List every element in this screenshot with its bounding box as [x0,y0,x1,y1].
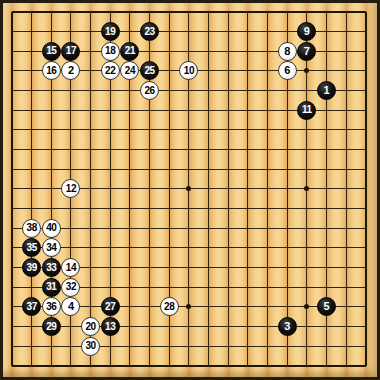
board-intersection[interactable]: 2 [61,61,81,81]
board-intersection[interactable] [199,2,219,22]
board-intersection[interactable] [238,317,258,337]
board-intersection[interactable] [199,140,219,160]
board-intersection[interactable] [238,2,258,22]
board-intersection[interactable] [179,22,199,42]
board-intersection[interactable] [218,258,238,278]
board-intersection[interactable] [140,336,160,356]
board-intersection[interactable] [100,199,120,219]
board-intersection[interactable] [238,336,258,356]
board-intersection[interactable] [22,317,42,337]
board-intersection[interactable] [81,179,101,199]
board-intersection[interactable] [81,61,101,81]
board-intersection[interactable]: 20 [81,317,101,337]
board-intersection[interactable]: 34 [41,238,61,258]
board-intersection[interactable] [179,277,199,297]
board-intersection[interactable] [81,356,101,376]
board-intersection[interactable] [81,297,101,317]
board-intersection[interactable]: 16 [41,61,61,81]
board-intersection[interactable] [41,199,61,219]
board-intersection[interactable] [356,179,376,199]
board-intersection[interactable] [317,238,337,258]
board-intersection[interactable] [258,336,278,356]
board-intersection[interactable] [22,199,42,219]
board-intersection[interactable] [317,61,337,81]
board-intersection[interactable] [61,2,81,22]
board-intersection[interactable] [218,41,238,61]
board-intersection[interactable] [238,199,258,219]
board-intersection[interactable] [41,81,61,101]
board-intersection[interactable] [22,140,42,160]
board-intersection[interactable] [297,2,317,22]
board-intersection[interactable] [2,297,22,317]
board-intersection[interactable]: 29 [41,317,61,337]
board-intersection[interactable] [336,159,356,179]
board-intersection[interactable] [218,159,238,179]
board-intersection[interactable] [179,179,199,199]
board-intersection[interactable] [238,179,258,199]
board-intersection[interactable] [140,100,160,120]
board-intersection[interactable] [179,218,199,238]
board-intersection[interactable] [81,277,101,297]
board-intersection[interactable] [336,356,356,376]
board-intersection[interactable]: 38 [22,218,42,238]
board-intersection[interactable] [277,218,297,238]
board-intersection[interactable] [179,258,199,278]
board-intersection[interactable] [238,277,258,297]
board-intersection[interactable] [41,2,61,22]
board-intersection[interactable] [2,140,22,160]
board-intersection[interactable] [81,258,101,278]
board-intersection[interactable] [218,218,238,238]
board-intersection[interactable] [238,120,258,140]
board-intersection[interactable] [218,336,238,356]
board-intersection[interactable] [199,61,219,81]
board-intersection[interactable] [22,22,42,42]
board-intersection[interactable] [120,159,140,179]
board-intersection[interactable] [317,100,337,120]
board-intersection[interactable] [41,100,61,120]
board-intersection[interactable] [2,336,22,356]
board-intersection[interactable]: 30 [81,336,101,356]
board-intersection[interactable] [297,159,317,179]
board-intersection[interactable] [100,100,120,120]
board-intersection[interactable] [258,218,278,238]
board-intersection[interactable] [297,238,317,258]
board-intersection[interactable] [100,356,120,376]
board-intersection[interactable] [100,159,120,179]
board-intersection[interactable] [120,100,140,120]
board-intersection[interactable] [2,22,22,42]
board-intersection[interactable]: 1 [317,81,337,101]
board-intersection[interactable] [199,100,219,120]
board-intersection[interactable]: 36 [41,297,61,317]
board-intersection[interactable] [317,336,337,356]
board-intersection[interactable] [356,317,376,337]
board-intersection[interactable] [140,120,160,140]
board-intersection[interactable] [317,277,337,297]
board-intersection[interactable] [2,41,22,61]
board-intersection[interactable] [179,140,199,160]
board-intersection[interactable] [336,277,356,297]
board-intersection[interactable] [61,356,81,376]
board-intersection[interactable] [199,277,219,297]
board-intersection[interactable] [179,199,199,219]
board-intersection[interactable] [81,159,101,179]
board-intersection[interactable] [179,159,199,179]
board-intersection[interactable]: 15 [41,41,61,61]
board-intersection[interactable] [61,336,81,356]
board-intersection[interactable] [317,41,337,61]
board-intersection[interactable] [277,81,297,101]
board-intersection[interactable] [81,41,101,61]
board-intersection[interactable] [140,179,160,199]
board-intersection[interactable]: 21 [120,41,140,61]
board-intersection[interactable]: 18 [100,41,120,61]
board-intersection[interactable] [22,277,42,297]
board-intersection[interactable] [258,199,278,219]
board-intersection[interactable] [297,277,317,297]
board-intersection[interactable] [159,356,179,376]
board-intersection[interactable] [317,120,337,140]
board-intersection[interactable] [159,159,179,179]
board-intersection[interactable] [258,2,278,22]
board-intersection[interactable] [81,100,101,120]
board-intersection[interactable] [81,218,101,238]
board-intersection[interactable] [159,41,179,61]
board-intersection[interactable] [356,81,376,101]
board-intersection[interactable] [297,297,317,317]
board-intersection[interactable] [218,22,238,42]
board-intersection[interactable] [336,179,356,199]
board-intersection[interactable]: 9 [297,22,317,42]
board-intersection[interactable] [81,140,101,160]
board-intersection[interactable] [218,277,238,297]
board-intersection[interactable]: 7 [297,41,317,61]
board-intersection[interactable] [277,140,297,160]
board-intersection[interactable] [120,22,140,42]
board-intersection[interactable] [218,356,238,376]
board-intersection[interactable] [61,140,81,160]
board-intersection[interactable] [159,100,179,120]
board-intersection[interactable] [120,179,140,199]
board-intersection[interactable] [258,297,278,317]
board-intersection[interactable]: 37 [22,297,42,317]
board-intersection[interactable] [317,356,337,376]
board-intersection[interactable] [297,61,317,81]
board-intersection[interactable] [356,258,376,278]
board-intersection[interactable] [159,277,179,297]
board-intersection[interactable] [258,159,278,179]
board-intersection[interactable] [238,238,258,258]
board-intersection[interactable]: 27 [100,297,120,317]
board-intersection[interactable] [22,81,42,101]
board-intersection[interactable] [336,120,356,140]
board-intersection[interactable] [179,356,199,376]
board-intersection[interactable] [61,199,81,219]
board-intersection[interactable] [317,317,337,337]
board-intersection[interactable] [159,336,179,356]
board-intersection[interactable]: 33 [41,258,61,278]
board-intersection[interactable] [120,336,140,356]
board-intersection[interactable] [336,297,356,317]
board-intersection[interactable] [297,199,317,219]
board-intersection[interactable] [277,199,297,219]
board-intersection[interactable] [120,356,140,376]
board-intersection[interactable] [336,218,356,238]
board-intersection[interactable] [120,199,140,219]
board-intersection[interactable] [199,81,219,101]
board-intersection[interactable] [140,297,160,317]
board-intersection[interactable] [22,356,42,376]
board-intersection[interactable] [100,120,120,140]
board-intersection[interactable] [258,41,278,61]
board-intersection[interactable] [218,100,238,120]
board-intersection[interactable] [159,81,179,101]
board-intersection[interactable] [238,218,258,238]
board-intersection[interactable]: 31 [41,277,61,297]
board-intersection[interactable] [120,2,140,22]
board-intersection[interactable] [2,356,22,376]
board-intersection[interactable] [277,258,297,278]
board-intersection[interactable] [81,199,101,219]
board-intersection[interactable] [179,336,199,356]
board-intersection[interactable] [336,258,356,278]
board-intersection[interactable] [159,61,179,81]
board-intersection[interactable] [317,2,337,22]
board-intersection[interactable] [159,218,179,238]
board-intersection[interactable] [2,179,22,199]
board-intersection[interactable] [120,238,140,258]
board-intersection[interactable] [356,238,376,258]
board-intersection[interactable] [199,22,219,42]
board-intersection[interactable]: 4 [61,297,81,317]
board-intersection[interactable] [199,218,219,238]
board-intersection[interactable] [317,140,337,160]
board-intersection[interactable] [356,41,376,61]
board-intersection[interactable] [159,258,179,278]
board-intersection[interactable] [356,356,376,376]
board-intersection[interactable] [297,120,317,140]
board-intersection[interactable]: 32 [61,277,81,297]
board-intersection[interactable] [356,100,376,120]
board-intersection[interactable] [218,199,238,219]
board-intersection[interactable] [41,140,61,160]
board-intersection[interactable] [159,199,179,219]
board-intersection[interactable] [100,277,120,297]
go-board[interactable]: 1923915171821871622224251062611112384035… [2,2,375,375]
board-intersection[interactable]: 26 [140,81,160,101]
board-intersection[interactable] [120,81,140,101]
board-intersection[interactable] [179,120,199,140]
board-intersection[interactable] [336,199,356,219]
board-intersection[interactable] [159,120,179,140]
board-intersection[interactable] [2,258,22,278]
board-intersection[interactable] [22,336,42,356]
board-intersection[interactable] [238,140,258,160]
board-intersection[interactable]: 11 [297,100,317,120]
board-intersection[interactable] [199,336,219,356]
board-intersection[interactable] [297,317,317,337]
board-intersection[interactable] [277,356,297,376]
board-intersection[interactable] [218,120,238,140]
board-intersection[interactable] [258,258,278,278]
board-intersection[interactable] [41,336,61,356]
board-intersection[interactable] [179,317,199,337]
board-intersection[interactable] [199,120,219,140]
board-intersection[interactable] [120,277,140,297]
board-intersection[interactable] [179,41,199,61]
board-intersection[interactable] [277,2,297,22]
board-intersection[interactable] [258,356,278,376]
board-intersection[interactable] [199,199,219,219]
board-intersection[interactable] [336,317,356,337]
board-intersection[interactable] [317,179,337,199]
board-intersection[interactable] [297,179,317,199]
board-intersection[interactable] [2,277,22,297]
board-intersection[interactable] [238,22,258,42]
board-intersection[interactable]: 35 [22,238,42,258]
board-intersection[interactable] [277,297,297,317]
board-intersection[interactable] [159,2,179,22]
board-intersection[interactable] [218,238,238,258]
board-intersection[interactable] [81,120,101,140]
board-intersection[interactable] [22,159,42,179]
board-intersection[interactable] [2,100,22,120]
board-intersection[interactable] [297,81,317,101]
board-intersection[interactable] [2,2,22,22]
board-intersection[interactable] [41,159,61,179]
board-intersection[interactable] [100,258,120,278]
board-intersection[interactable] [356,277,376,297]
board-intersection[interactable] [258,238,278,258]
board-intersection[interactable] [41,179,61,199]
board-intersection[interactable] [356,297,376,317]
board-intersection[interactable] [179,238,199,258]
board-intersection[interactable] [277,179,297,199]
board-intersection[interactable] [179,297,199,317]
board-intersection[interactable] [22,41,42,61]
board-intersection[interactable] [159,22,179,42]
board-intersection[interactable] [199,41,219,61]
board-intersection[interactable] [140,317,160,337]
board-intersection[interactable] [218,81,238,101]
board-intersection[interactable] [2,218,22,238]
board-intersection[interactable] [258,179,278,199]
board-intersection[interactable] [100,218,120,238]
board-intersection[interactable] [2,199,22,219]
board-intersection[interactable]: 23 [140,22,160,42]
board-intersection[interactable] [140,258,160,278]
board-intersection[interactable] [356,218,376,238]
board-intersection[interactable] [238,297,258,317]
board-intersection[interactable] [258,81,278,101]
board-intersection[interactable] [277,159,297,179]
board-intersection[interactable] [317,159,337,179]
board-intersection[interactable] [277,22,297,42]
board-intersection[interactable] [238,258,258,278]
board-intersection[interactable] [120,317,140,337]
board-intersection[interactable] [140,159,160,179]
board-intersection[interactable] [218,317,238,337]
board-intersection[interactable] [317,218,337,238]
board-intersection[interactable] [238,100,258,120]
board-intersection[interactable] [336,2,356,22]
board-intersection[interactable] [140,356,160,376]
board-intersection[interactable]: 40 [41,218,61,238]
board-intersection[interactable] [120,120,140,140]
board-intersection[interactable] [199,297,219,317]
board-intersection[interactable] [61,120,81,140]
board-intersection[interactable]: 17 [61,41,81,61]
board-intersection[interactable] [258,277,278,297]
board-intersection[interactable] [61,218,81,238]
board-intersection[interactable] [100,81,120,101]
board-intersection[interactable] [120,258,140,278]
board-intersection[interactable] [317,258,337,278]
board-intersection[interactable] [140,277,160,297]
board-intersection[interactable] [22,61,42,81]
board-intersection[interactable]: 6 [277,61,297,81]
board-intersection[interactable] [258,140,278,160]
board-intersection[interactable] [336,81,356,101]
board-intersection[interactable] [297,218,317,238]
board-intersection[interactable] [2,81,22,101]
board-intersection[interactable]: 3 [277,317,297,337]
board-intersection[interactable]: 8 [277,41,297,61]
board-intersection[interactable] [356,159,376,179]
board-intersection[interactable] [81,22,101,42]
board-intersection[interactable] [179,2,199,22]
board-intersection[interactable] [336,238,356,258]
board-intersection[interactable] [356,120,376,140]
board-intersection[interactable] [41,120,61,140]
board-intersection[interactable]: 13 [100,317,120,337]
board-intersection[interactable] [61,238,81,258]
board-intersection[interactable] [41,356,61,376]
board-intersection[interactable] [41,22,61,42]
board-intersection[interactable] [140,41,160,61]
board-intersection[interactable] [140,238,160,258]
board-intersection[interactable] [199,317,219,337]
board-intersection[interactable] [336,336,356,356]
board-intersection[interactable] [2,120,22,140]
board-intersection[interactable] [2,61,22,81]
board-intersection[interactable] [22,120,42,140]
board-intersection[interactable] [179,81,199,101]
board-intersection[interactable] [22,179,42,199]
board-intersection[interactable] [356,336,376,356]
board-intersection[interactable] [81,2,101,22]
board-intersection[interactable] [356,61,376,81]
board-intersection[interactable] [336,100,356,120]
board-intersection[interactable] [61,100,81,120]
board-intersection[interactable] [199,356,219,376]
board-intersection[interactable] [159,238,179,258]
board-intersection[interactable] [336,61,356,81]
board-intersection[interactable] [317,22,337,42]
board-intersection[interactable] [100,2,120,22]
board-intersection[interactable] [61,317,81,337]
board-intersection[interactable] [258,120,278,140]
board-intersection[interactable] [140,199,160,219]
board-intersection[interactable]: 19 [100,22,120,42]
board-intersection[interactable] [2,317,22,337]
board-intersection[interactable] [297,336,317,356]
board-intersection[interactable]: 14 [61,258,81,278]
board-intersection[interactable] [356,140,376,160]
board-intersection[interactable] [277,277,297,297]
board-intersection[interactable]: 39 [22,258,42,278]
